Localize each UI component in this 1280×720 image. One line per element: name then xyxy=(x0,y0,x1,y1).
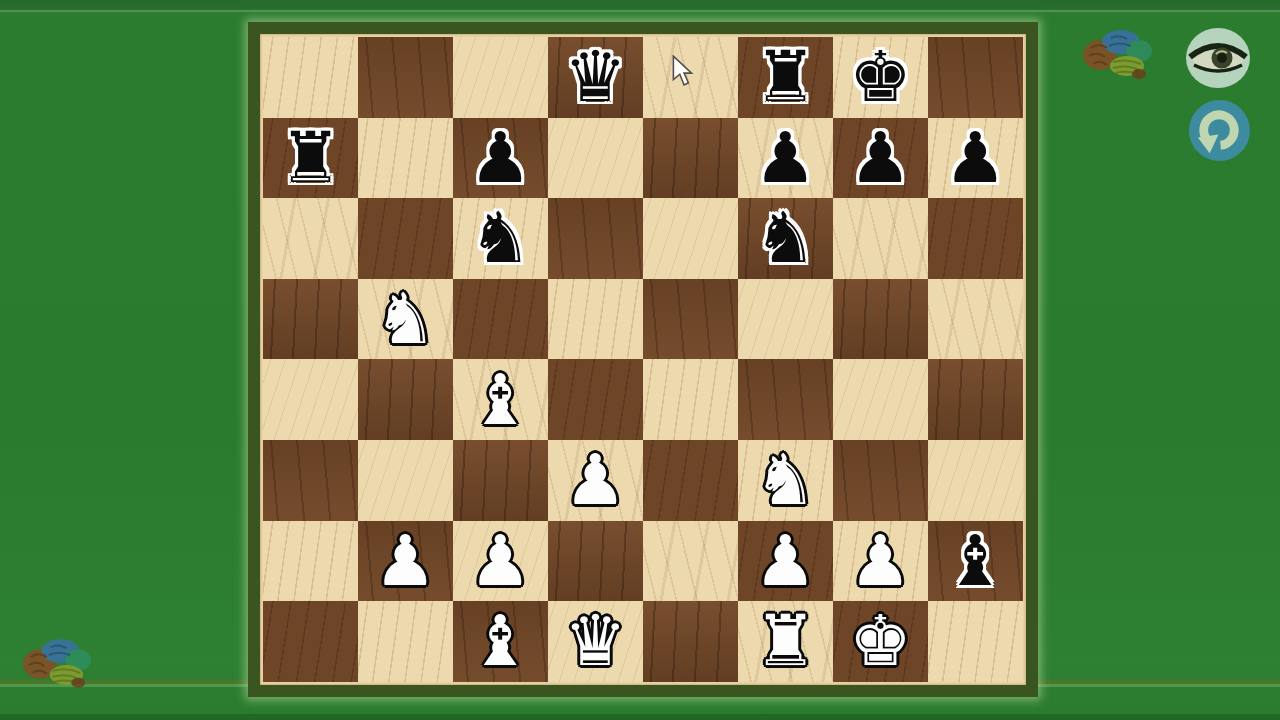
square-e4[interactable] xyxy=(643,359,738,440)
square-g7[interactable]: ♟ xyxy=(833,118,928,199)
eye-icon[interactable] xyxy=(1184,27,1252,89)
square-f6[interactable]: ♞ xyxy=(738,198,833,279)
chess-board-frame: ♛♜♚♜♟♟♟♟♞♞♞♝♟♞♟♟♟♟♝♝♛♜♚ xyxy=(248,22,1038,697)
square-f8[interactable]: ♜ xyxy=(738,37,833,118)
square-b6[interactable] xyxy=(358,198,453,279)
piece-black-pawn-h7[interactable]: ♟ xyxy=(944,118,1007,198)
square-b1[interactable] xyxy=(358,601,453,682)
square-c8[interactable] xyxy=(453,37,548,118)
square-f7[interactable]: ♟ xyxy=(738,118,833,199)
square-a8[interactable] xyxy=(263,37,358,118)
piece-black-knight-f6[interactable]: ♞ xyxy=(754,198,817,278)
piece-black-pawn-c7[interactable]: ♟ xyxy=(469,118,532,198)
piece-black-rook-a7[interactable]: ♜ xyxy=(279,118,342,198)
square-e5[interactable] xyxy=(643,279,738,360)
square-g8[interactable]: ♚ xyxy=(833,37,928,118)
square-f5[interactable] xyxy=(738,279,833,360)
square-d7[interactable] xyxy=(548,118,643,199)
piece-white-pawn-d3[interactable]: ♟ xyxy=(564,440,627,520)
brain-icon[interactable] xyxy=(21,634,96,694)
square-e2[interactable] xyxy=(643,521,738,602)
square-c2[interactable]: ♟ xyxy=(453,521,548,602)
square-g2[interactable]: ♟ xyxy=(833,521,928,602)
piece-black-pawn-f7[interactable]: ♟ xyxy=(754,118,817,198)
square-b4[interactable] xyxy=(358,359,453,440)
undo-icon[interactable] xyxy=(1188,99,1251,162)
piece-white-knight-f3[interactable]: ♞ xyxy=(754,440,817,520)
square-d6[interactable] xyxy=(548,198,643,279)
piece-black-rook-f8[interactable]: ♜ xyxy=(754,37,817,117)
square-h5[interactable] xyxy=(928,279,1023,360)
piece-black-knight-c6[interactable]: ♞ xyxy=(469,198,532,278)
piece-white-king-g1[interactable]: ♚ xyxy=(849,601,912,681)
square-h6[interactable] xyxy=(928,198,1023,279)
square-g6[interactable] xyxy=(833,198,928,279)
square-c7[interactable]: ♟ xyxy=(453,118,548,199)
square-g3[interactable] xyxy=(833,440,928,521)
square-f1[interactable]: ♜ xyxy=(738,601,833,682)
piece-white-pawn-c2[interactable]: ♟ xyxy=(469,521,532,601)
square-f4[interactable] xyxy=(738,359,833,440)
square-h8[interactable] xyxy=(928,37,1023,118)
top-edge-highlight xyxy=(0,10,1280,12)
square-a1[interactable] xyxy=(263,601,358,682)
square-a6[interactable] xyxy=(263,198,358,279)
square-e6[interactable] xyxy=(643,198,738,279)
square-h7[interactable]: ♟ xyxy=(928,118,1023,199)
square-a5[interactable] xyxy=(263,279,358,360)
square-d5[interactable] xyxy=(548,279,643,360)
square-a3[interactable] xyxy=(263,440,358,521)
square-d2[interactable] xyxy=(548,521,643,602)
piece-white-rook-f1[interactable]: ♜ xyxy=(754,601,817,681)
piece-white-pawn-f2[interactable]: ♟ xyxy=(754,521,817,601)
square-h3[interactable] xyxy=(928,440,1023,521)
piece-white-bishop-c1[interactable]: ♝ xyxy=(469,601,532,681)
piece-white-queen-d1[interactable]: ♛ xyxy=(564,601,627,681)
square-b2[interactable]: ♟ xyxy=(358,521,453,602)
mouse-cursor xyxy=(672,55,694,86)
square-a2[interactable] xyxy=(263,521,358,602)
square-c6[interactable]: ♞ xyxy=(453,198,548,279)
square-f2[interactable]: ♟ xyxy=(738,521,833,602)
square-a7[interactable]: ♜ xyxy=(263,118,358,199)
square-d4[interactable] xyxy=(548,359,643,440)
square-b3[interactable] xyxy=(358,440,453,521)
square-c3[interactable] xyxy=(453,440,548,521)
square-a4[interactable] xyxy=(263,359,358,440)
piece-black-king-g8[interactable]: ♚ xyxy=(849,37,912,117)
piece-black-bishop-h2[interactable]: ♝ xyxy=(944,521,1007,601)
square-e7[interactable] xyxy=(643,118,738,199)
square-e1[interactable] xyxy=(643,601,738,682)
square-f3[interactable]: ♞ xyxy=(738,440,833,521)
piece-black-queen-d8[interactable]: ♛ xyxy=(564,37,627,117)
square-c5[interactable] xyxy=(453,279,548,360)
square-d8[interactable]: ♛ xyxy=(548,37,643,118)
square-g5[interactable] xyxy=(833,279,928,360)
square-g1[interactable]: ♚ xyxy=(833,601,928,682)
square-d3[interactable]: ♟ xyxy=(548,440,643,521)
square-h4[interactable] xyxy=(928,359,1023,440)
bottom-edge-shadow xyxy=(0,714,1280,720)
brain-icon[interactable] xyxy=(1080,26,1158,84)
square-c4[interactable]: ♝ xyxy=(453,359,548,440)
square-d1[interactable]: ♛ xyxy=(548,601,643,682)
square-g4[interactable] xyxy=(833,359,928,440)
piece-white-knight-b5[interactable]: ♞ xyxy=(374,279,437,359)
piece-white-bishop-c4[interactable]: ♝ xyxy=(469,360,532,440)
square-h1[interactable] xyxy=(928,601,1023,682)
square-e3[interactable] xyxy=(643,440,738,521)
square-c1[interactable]: ♝ xyxy=(453,601,548,682)
piece-white-pawn-g2[interactable]: ♟ xyxy=(849,521,912,601)
piece-black-pawn-g7[interactable]: ♟ xyxy=(849,118,912,198)
square-b8[interactable] xyxy=(358,37,453,118)
square-b5[interactable]: ♞ xyxy=(358,279,453,360)
square-h2[interactable]: ♝ xyxy=(928,521,1023,602)
chess-board: ♛♜♚♜♟♟♟♟♞♞♞♝♟♞♟♟♟♟♝♝♛♜♚ xyxy=(263,37,1023,682)
square-b7[interactable] xyxy=(358,118,453,199)
piece-white-pawn-b2[interactable]: ♟ xyxy=(374,521,437,601)
